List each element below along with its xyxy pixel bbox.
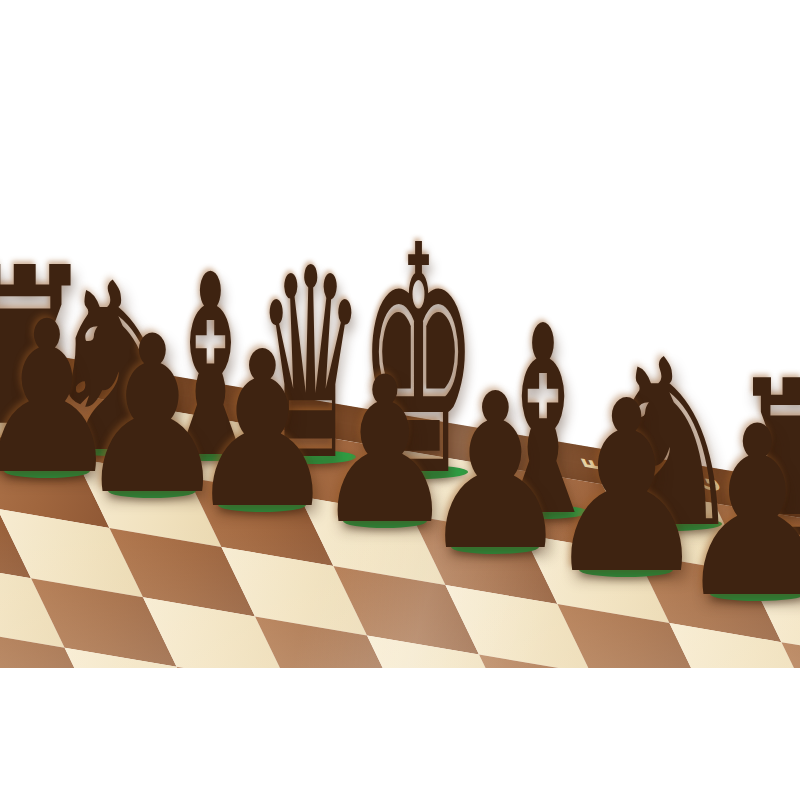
- product-photo: F G ♜♞♝♛♚♝♞♜♟♟♟♟♟♟♟♟: [0, 0, 800, 668]
- black-pawn-h7: ♟: [784, 418, 800, 658]
- black-pawn-g7: ♟: [665, 395, 800, 630]
